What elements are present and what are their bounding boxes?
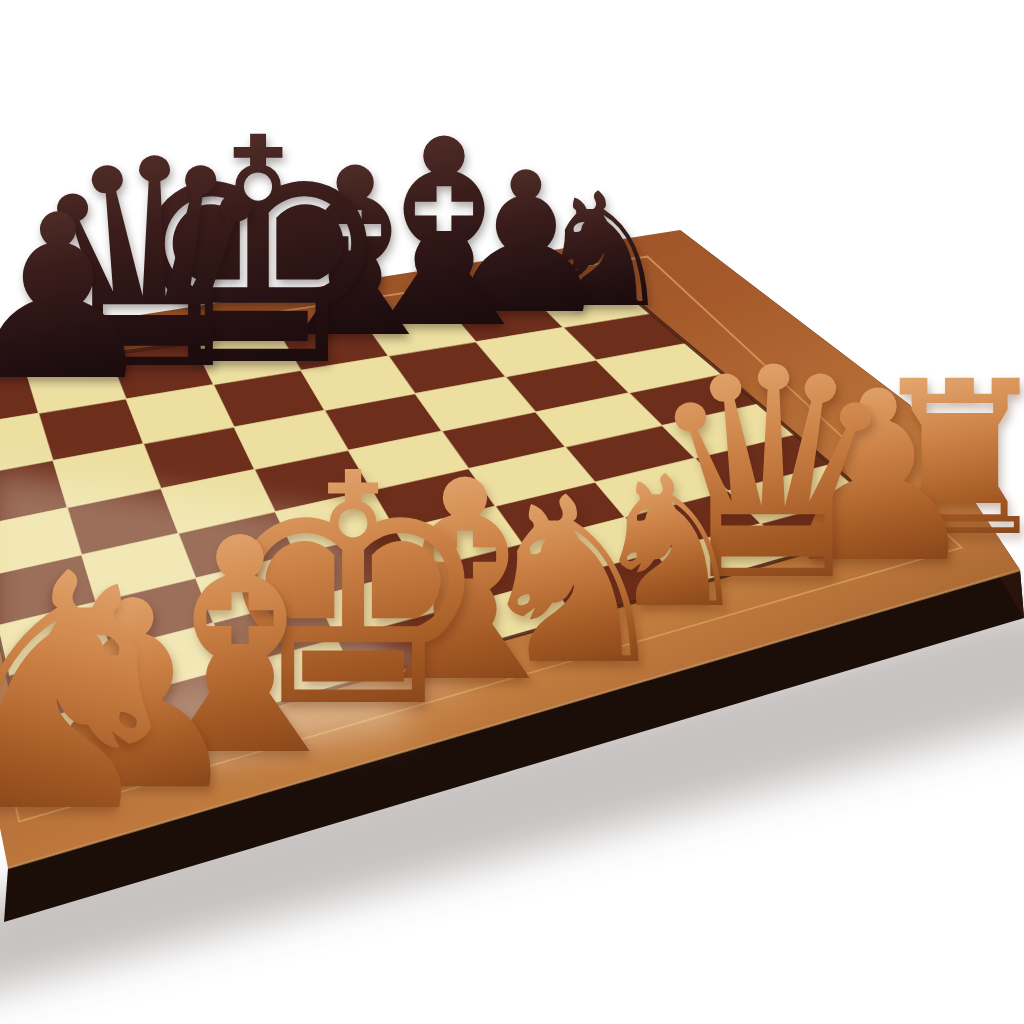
dark-pawn: ♟	[0, 185, 160, 412]
pieces-layer: ♞♟♝♝♚♛♟♜♟♛♞♞♝♚♝♟♞	[0, 0, 1024, 1024]
light-knight: ♞	[0, 531, 204, 857]
chess-set-photo: ♞♟♝♝♚♛♟♜♟♛♞♞♝♚♝♟♞	[0, 0, 1024, 1024]
